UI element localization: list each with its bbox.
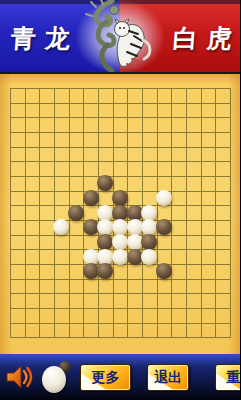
tiger-icon xyxy=(115,19,150,67)
white-stone xyxy=(141,219,157,235)
more-button[interactable]: 更多 xyxy=(80,364,131,391)
turn-indicator xyxy=(42,361,72,393)
white-stone xyxy=(97,249,113,265)
exit-button[interactable]: 退出 xyxy=(147,364,189,391)
white-stone xyxy=(53,219,69,235)
sound-button[interactable] xyxy=(5,362,35,392)
white-stone xyxy=(156,190,172,206)
black-stone xyxy=(127,249,143,265)
dragon-tiger-emblem xyxy=(76,0,164,74)
white-stone xyxy=(112,249,128,265)
black-stone xyxy=(83,263,99,279)
replay-button[interactable]: 重玩 xyxy=(215,364,240,391)
white-stone xyxy=(112,234,128,250)
app-screen: 青龙 白虎 xyxy=(0,0,240,400)
black-stone xyxy=(83,219,99,235)
white-stone xyxy=(141,249,157,265)
white-stone-icon xyxy=(42,366,66,393)
board-grid[interactable] xyxy=(10,88,231,338)
white-stone xyxy=(141,205,157,221)
title-white-tiger: 白虎 xyxy=(163,18,240,58)
black-stone xyxy=(97,263,113,279)
black-stone xyxy=(97,175,113,191)
white-stone xyxy=(83,249,99,265)
black-stone xyxy=(112,190,128,206)
black-stone xyxy=(68,205,84,221)
white-stone xyxy=(97,219,113,235)
exit-button-label: 退出 xyxy=(154,369,182,385)
black-stone xyxy=(97,234,113,250)
white-stone xyxy=(97,205,113,221)
title-banner: 青龙 白虎 xyxy=(0,0,240,74)
white-stone xyxy=(112,219,128,235)
dragon-icon xyxy=(86,0,119,71)
white-stone xyxy=(127,234,143,250)
black-stone xyxy=(83,190,99,206)
speaker-icon xyxy=(5,380,35,395)
black-stone xyxy=(112,205,128,221)
title-azure-dragon: 青龙 xyxy=(1,18,78,58)
game-board-area xyxy=(0,74,240,354)
black-stone xyxy=(127,205,143,221)
more-button-label: 更多 xyxy=(92,369,120,385)
replay-button-label: 重玩 xyxy=(227,369,241,385)
toolbar: 更多 退出 重玩 xyxy=(0,354,240,400)
black-stone xyxy=(156,219,172,235)
black-stone xyxy=(141,234,157,250)
white-stone xyxy=(127,219,143,235)
black-stone xyxy=(156,263,172,279)
